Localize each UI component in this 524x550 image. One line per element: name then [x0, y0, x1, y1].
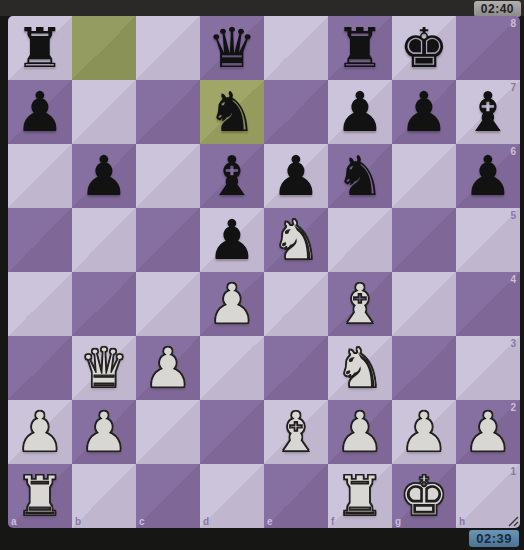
square-e1[interactable]: e [264, 464, 328, 528]
piece-black-knight[interactable]: ♞ [200, 80, 264, 144]
square-f4[interactable]: ♝ [328, 272, 392, 336]
square-f7[interactable]: ♟ [328, 80, 392, 144]
piece-black-rook[interactable]: ♜ [8, 16, 72, 80]
piece-black-pawn[interactable]: ♟ [8, 80, 72, 144]
coord-rank-8: 8 [510, 18, 516, 29]
square-f8[interactable]: ♜ [328, 16, 392, 80]
coord-rank-7: 7 [510, 82, 516, 93]
square-a1[interactable]: ♜a [8, 464, 72, 528]
square-h5[interactable]: 5 [456, 208, 520, 272]
piece-black-pawn[interactable]: ♟ [328, 80, 392, 144]
square-d2[interactable] [200, 400, 264, 464]
square-c1[interactable]: c [136, 464, 200, 528]
square-b4[interactable] [72, 272, 136, 336]
coord-rank-2: 2 [510, 402, 516, 413]
coord-file-b: b [75, 516, 81, 527]
square-a8[interactable]: ♜ [8, 16, 72, 80]
coord-file-d: d [203, 516, 209, 527]
coord-file-g: g [395, 516, 401, 527]
white-clock-time: 02:39 [476, 531, 512, 546]
coord-file-e: e [267, 516, 273, 527]
top-bar [0, 0, 524, 16]
piece-black-pawn[interactable]: ♟ [72, 144, 136, 208]
square-e7[interactable] [264, 80, 328, 144]
coord-file-f: f [331, 516, 334, 527]
piece-white-knight[interactable]: ♞ [328, 336, 392, 400]
square-c7[interactable] [136, 80, 200, 144]
square-a2[interactable]: ♟ [8, 400, 72, 464]
coord-rank-6: 6 [510, 146, 516, 157]
square-g6[interactable] [392, 144, 456, 208]
piece-black-rook[interactable]: ♜ [328, 16, 392, 80]
square-h7[interactable]: ♝7 [456, 80, 520, 144]
square-e3[interactable] [264, 336, 328, 400]
square-e2[interactable]: ♝ [264, 400, 328, 464]
square-e6[interactable]: ♟ [264, 144, 328, 208]
piece-white-knight[interactable]: ♞ [264, 208, 328, 272]
square-d4[interactable]: ♟ [200, 272, 264, 336]
coord-file-h: h [459, 516, 465, 527]
square-g7[interactable]: ♟ [392, 80, 456, 144]
coord-rank-1: 1 [510, 466, 516, 477]
square-h6[interactable]: ♟6 [456, 144, 520, 208]
square-c6[interactable] [136, 144, 200, 208]
square-c3[interactable]: ♟ [136, 336, 200, 400]
piece-black-knight[interactable]: ♞ [328, 144, 392, 208]
square-c4[interactable] [136, 272, 200, 336]
square-a5[interactable] [8, 208, 72, 272]
square-a7[interactable]: ♟ [8, 80, 72, 144]
square-c8[interactable] [136, 16, 200, 80]
square-b5[interactable] [72, 208, 136, 272]
piece-black-pawn[interactable]: ♟ [392, 80, 456, 144]
square-b2[interactable]: ♟ [72, 400, 136, 464]
piece-white-pawn[interactable]: ♟ [8, 400, 72, 464]
piece-white-pawn[interactable]: ♟ [72, 400, 136, 464]
piece-white-pawn[interactable]: ♟ [136, 336, 200, 400]
square-h1[interactable]: 1h [456, 464, 520, 528]
square-d3[interactable] [200, 336, 264, 400]
square-a3[interactable] [8, 336, 72, 400]
square-h4[interactable]: 4 [456, 272, 520, 336]
square-b3[interactable]: ♛ [72, 336, 136, 400]
square-c5[interactable] [136, 208, 200, 272]
square-a6[interactable] [8, 144, 72, 208]
square-d6[interactable]: ♝ [200, 144, 264, 208]
piece-black-pawn[interactable]: ♟ [200, 208, 264, 272]
square-h2[interactable]: ♟2 [456, 400, 520, 464]
square-g3[interactable] [392, 336, 456, 400]
square-d1[interactable]: d [200, 464, 264, 528]
square-f1[interactable]: ♜f [328, 464, 392, 528]
piece-white-rook[interactable]: ♜ [8, 464, 72, 528]
square-e5[interactable]: ♞ [264, 208, 328, 272]
board: ♜♛♜♚8♟♞♟♟♝7♟♝♟♞♟6♟♞5♟♝4♛♟♞3♟♟♝♟♟♟2♜abcde… [8, 16, 520, 528]
square-b1[interactable]: b [72, 464, 136, 528]
piece-white-queen[interactable]: ♛ [72, 336, 136, 400]
square-f5[interactable] [328, 208, 392, 272]
piece-black-pawn[interactable]: ♟ [264, 144, 328, 208]
square-g5[interactable] [392, 208, 456, 272]
square-g4[interactable] [392, 272, 456, 336]
piece-white-bishop[interactable]: ♝ [328, 272, 392, 336]
square-d8[interactable]: ♛ [200, 16, 264, 80]
piece-white-pawn[interactable]: ♟ [328, 400, 392, 464]
square-d7[interactable]: ♞ [200, 80, 264, 144]
square-g2[interactable]: ♟ [392, 400, 456, 464]
square-g8[interactable]: ♚ [392, 16, 456, 80]
square-e4[interactable] [264, 272, 328, 336]
square-e8[interactable] [264, 16, 328, 80]
coord-rank-5: 5 [510, 210, 516, 221]
square-d5[interactable]: ♟ [200, 208, 264, 272]
game-page: 02:40 ♜♛♜♚8♟♞♟♟♝7♟♝♟♞♟6♟♞5♟♝4♛♟♞3♟♟♝♟♟♟2… [0, 0, 524, 550]
square-f3[interactable]: ♞ [328, 336, 392, 400]
square-a4[interactable] [8, 272, 72, 336]
black-clock-time: 02:40 [481, 2, 514, 16]
square-c2[interactable] [136, 400, 200, 464]
coord-file-c: c [139, 516, 145, 527]
piece-white-king[interactable]: ♚ [392, 464, 456, 528]
resize-handle-icon[interactable] [507, 515, 519, 527]
square-h3[interactable]: 3 [456, 336, 520, 400]
square-h8[interactable]: 8 [456, 16, 520, 80]
black-clock: 02:40 [474, 1, 521, 17]
piece-black-bishop[interactable]: ♝ [200, 144, 264, 208]
coord-file-a: a [11, 516, 17, 527]
piece-white-rook[interactable]: ♜ [328, 464, 392, 528]
white-clock: 02:39 [469, 530, 519, 547]
piece-white-bishop[interactable]: ♝ [264, 400, 328, 464]
square-g1[interactable]: ♚g [392, 464, 456, 528]
coord-rank-4: 4 [510, 274, 516, 285]
square-f2[interactable]: ♟ [328, 400, 392, 464]
piece-black-king[interactable]: ♚ [392, 16, 456, 80]
piece-white-pawn[interactable]: ♟ [200, 272, 264, 336]
square-b6[interactable]: ♟ [72, 144, 136, 208]
piece-white-pawn[interactable]: ♟ [392, 400, 456, 464]
coord-rank-3: 3 [510, 338, 516, 349]
square-b7[interactable] [72, 80, 136, 144]
piece-black-queen[interactable]: ♛ [200, 16, 264, 80]
square-f6[interactable]: ♞ [328, 144, 392, 208]
square-b8[interactable] [72, 16, 136, 80]
